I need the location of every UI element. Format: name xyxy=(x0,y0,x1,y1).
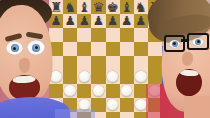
left-eye xyxy=(27,40,45,55)
glasses-bridge xyxy=(181,39,188,42)
black-pawn: ♟ xyxy=(121,14,132,28)
square-r7c5[interactable] xyxy=(106,84,120,98)
square-r2c5[interactable]: ♟ xyxy=(106,14,120,28)
square-r3c5[interactable] xyxy=(106,28,120,42)
square-r7c6[interactable] xyxy=(120,84,134,98)
square-r4c6[interactable] xyxy=(120,42,134,56)
square-r8c5[interactable] xyxy=(106,98,120,112)
square-r2c6[interactable]: ♟ xyxy=(120,14,134,28)
left-nose xyxy=(19,58,30,73)
square-r8c6[interactable] xyxy=(120,98,134,112)
square-r5c6[interactable] xyxy=(120,56,134,70)
square-r5c5[interactable] xyxy=(106,56,120,70)
left-shoulder-overlay xyxy=(55,109,95,118)
thumbnail-canvas: ♜♞♝♛♚♝♞♜♟♟♟♟♟♟♟♟ xyxy=(0,0,210,118)
square-r6c5[interactable] xyxy=(106,70,120,84)
white-checker xyxy=(107,71,119,83)
right-neck xyxy=(184,96,210,118)
teeth xyxy=(12,75,35,83)
right-eye xyxy=(192,38,204,46)
black-pawn: ♟ xyxy=(107,14,118,28)
right-player-face xyxy=(140,0,210,118)
teeth xyxy=(179,69,198,76)
glasses-left-lens xyxy=(164,35,185,52)
square-r6c6[interactable] xyxy=(120,70,134,84)
white-checker xyxy=(121,85,133,97)
square-r9c6[interactable] xyxy=(120,112,134,118)
square-r4c5[interactable] xyxy=(106,42,120,56)
white-checker xyxy=(107,99,119,111)
glasses-right-lens xyxy=(187,33,209,50)
black-bishop: ♝ xyxy=(121,0,133,14)
square-r3c6[interactable] xyxy=(120,28,134,42)
black-king: ♚ xyxy=(107,0,119,14)
square-r9c5[interactable] xyxy=(106,112,120,118)
left-eye xyxy=(6,41,23,55)
left-player-face xyxy=(0,0,100,118)
right-eye xyxy=(169,40,180,48)
